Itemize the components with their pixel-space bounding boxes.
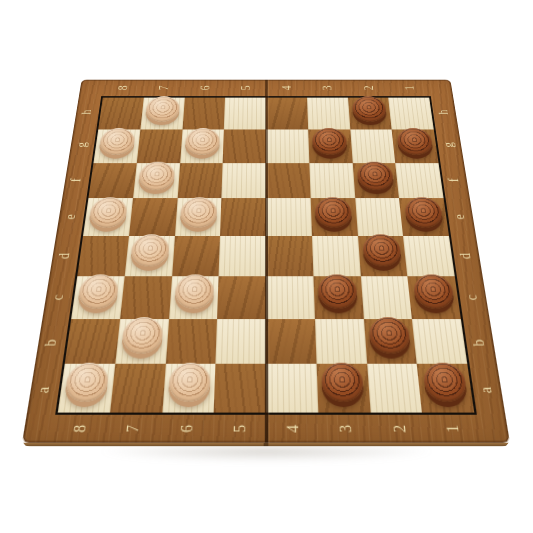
square-e3[interactable] bbox=[310, 198, 357, 236]
square-h7[interactable] bbox=[140, 98, 184, 130]
piece-light-c6[interactable] bbox=[174, 275, 214, 309]
piece-light-c8[interactable] bbox=[77, 275, 120, 309]
square-e4[interactable] bbox=[266, 198, 312, 236]
square-c7[interactable] bbox=[120, 276, 172, 319]
square-a5[interactable] bbox=[214, 364, 266, 413]
coordinate-label-7: 7 bbox=[116, 403, 149, 455]
square-c1[interactable] bbox=[408, 276, 461, 319]
square-g4[interactable] bbox=[266, 129, 309, 163]
square-g7[interactable] bbox=[137, 129, 183, 163]
square-a7[interactable] bbox=[110, 364, 166, 413]
fold-seam bbox=[264, 80, 267, 443]
checkers-board: 87654321 87654321 hgfedcba hgfedcba bbox=[22, 80, 510, 443]
photo-background: 87654321 87654321 hgfedcba hgfedcba bbox=[0, 0, 533, 533]
piece-dark-g3[interactable] bbox=[312, 128, 348, 155]
coordinate-label-5: 5 bbox=[224, 403, 254, 455]
square-b8[interactable] bbox=[65, 319, 120, 364]
piece-dark-e1[interactable] bbox=[403, 197, 443, 227]
square-h4[interactable] bbox=[266, 98, 308, 130]
coordinate-label-a: a bbox=[460, 377, 516, 404]
piece-dark-h2[interactable] bbox=[351, 96, 387, 121]
square-e6[interactable] bbox=[175, 198, 222, 236]
square-e5[interactable] bbox=[220, 198, 266, 236]
coordinate-label-c: c bbox=[33, 286, 85, 309]
square-c3[interactable] bbox=[313, 276, 363, 319]
square-f3[interactable] bbox=[309, 163, 355, 199]
coordinate-label-3: 3 bbox=[330, 403, 362, 455]
square-g8[interactable] bbox=[93, 129, 140, 163]
piece-dark-f2[interactable] bbox=[356, 162, 394, 190]
left-file-labels: hgfedcba bbox=[27, 96, 102, 415]
board-shadow bbox=[42, 446, 491, 470]
square-h2[interactable] bbox=[348, 98, 392, 130]
square-e7[interactable] bbox=[129, 198, 177, 236]
square-h5[interactable] bbox=[224, 98, 266, 130]
square-g1[interactable] bbox=[392, 129, 439, 163]
square-b4[interactable] bbox=[266, 319, 316, 364]
square-a4[interactable] bbox=[266, 364, 318, 413]
square-g2[interactable] bbox=[350, 129, 396, 163]
square-d2[interactable] bbox=[358, 236, 408, 276]
square-f2[interactable] bbox=[352, 163, 399, 199]
square-a8[interactable] bbox=[58, 364, 115, 413]
piece-light-b7[interactable] bbox=[121, 317, 164, 353]
piece-light-a6[interactable] bbox=[168, 362, 211, 401]
piece-light-h7[interactable] bbox=[145, 96, 181, 121]
piece-light-d7[interactable] bbox=[130, 235, 170, 267]
square-c8[interactable] bbox=[71, 276, 124, 319]
piece-light-g8[interactable] bbox=[99, 128, 137, 155]
coordinate-label-d: d bbox=[40, 245, 90, 267]
square-f8[interactable] bbox=[88, 163, 136, 199]
bottom-rank-labels: 87654321 bbox=[51, 415, 481, 443]
coordinate-label-1: 1 bbox=[435, 403, 470, 455]
piece-dark-g1[interactable] bbox=[396, 128, 434, 155]
piece-dark-c3[interactable] bbox=[318, 275, 358, 309]
square-a6[interactable] bbox=[162, 364, 216, 413]
square-a3[interactable] bbox=[316, 364, 370, 413]
square-h1[interactable] bbox=[388, 98, 433, 130]
coordinate-label-a: a bbox=[17, 377, 73, 404]
piece-light-e6[interactable] bbox=[179, 197, 217, 227]
piece-light-a8[interactable] bbox=[64, 362, 110, 401]
piece-dark-c1[interactable] bbox=[412, 275, 455, 309]
square-a1[interactable] bbox=[417, 364, 474, 413]
square-d3[interactable] bbox=[312, 236, 361, 276]
coordinate-label-6: 6 bbox=[170, 403, 202, 455]
board-edge bbox=[23, 443, 509, 447]
square-e1[interactable] bbox=[399, 198, 449, 236]
square-d4[interactable] bbox=[266, 236, 313, 276]
square-c6[interactable] bbox=[169, 276, 219, 319]
right-file-labels: hgfedcba bbox=[431, 96, 506, 415]
square-f7[interactable] bbox=[133, 163, 180, 199]
square-b6[interactable] bbox=[165, 319, 217, 364]
square-f4[interactable] bbox=[266, 163, 310, 199]
square-d6[interactable] bbox=[172, 236, 221, 276]
coordinate-label-b: b bbox=[25, 330, 79, 355]
piece-dark-a3[interactable] bbox=[321, 362, 364, 401]
square-b2[interactable] bbox=[363, 319, 417, 364]
square-c2[interactable] bbox=[360, 276, 412, 319]
board-frame: 87654321 87654321 hgfedcba hgfedcba bbox=[22, 80, 510, 443]
coordinate-label-8: 8 bbox=[62, 403, 97, 455]
square-f5[interactable] bbox=[222, 163, 266, 199]
square-h6[interactable] bbox=[182, 98, 225, 130]
square-b7[interactable] bbox=[115, 319, 169, 364]
square-f6[interactable] bbox=[177, 163, 223, 199]
piece-dark-d2[interactable] bbox=[362, 235, 402, 267]
piece-light-e8[interactable] bbox=[89, 197, 129, 227]
square-d7[interactable] bbox=[124, 236, 174, 276]
square-d1[interactable] bbox=[403, 236, 454, 276]
piece-dark-b2[interactable] bbox=[368, 317, 411, 353]
coordinate-label-d: d bbox=[442, 245, 492, 267]
piece-dark-e3[interactable] bbox=[315, 197, 353, 227]
square-b3[interactable] bbox=[315, 319, 367, 364]
square-h3[interactable] bbox=[307, 98, 350, 130]
square-a2[interactable] bbox=[367, 364, 423, 413]
coordinate-label-c: c bbox=[447, 286, 499, 309]
piece-dark-a1[interactable] bbox=[422, 362, 468, 401]
square-e2[interactable] bbox=[355, 198, 403, 236]
piece-light-f7[interactable] bbox=[138, 162, 176, 190]
square-c4[interactable] bbox=[266, 276, 315, 319]
square-h8[interactable] bbox=[98, 98, 143, 130]
square-d5[interactable] bbox=[219, 236, 266, 276]
square-e8[interactable] bbox=[83, 198, 133, 236]
square-g6[interactable] bbox=[180, 129, 224, 163]
square-c5[interactable] bbox=[217, 276, 266, 319]
square-g5[interactable] bbox=[223, 129, 266, 163]
coordinate-label-2: 2 bbox=[383, 403, 416, 455]
square-f1[interactable] bbox=[395, 163, 443, 199]
square-d8[interactable] bbox=[77, 236, 128, 276]
coordinate-label-b: b bbox=[453, 330, 507, 355]
square-g3[interactable] bbox=[308, 129, 352, 163]
coordinate-label-4: 4 bbox=[278, 403, 308, 455]
square-b1[interactable] bbox=[412, 319, 467, 364]
square-b5[interactable] bbox=[216, 319, 266, 364]
piece-light-g6[interactable] bbox=[184, 128, 220, 155]
board-scene: 87654321 87654321 hgfedcba hgfedcba bbox=[56, 26, 476, 446]
